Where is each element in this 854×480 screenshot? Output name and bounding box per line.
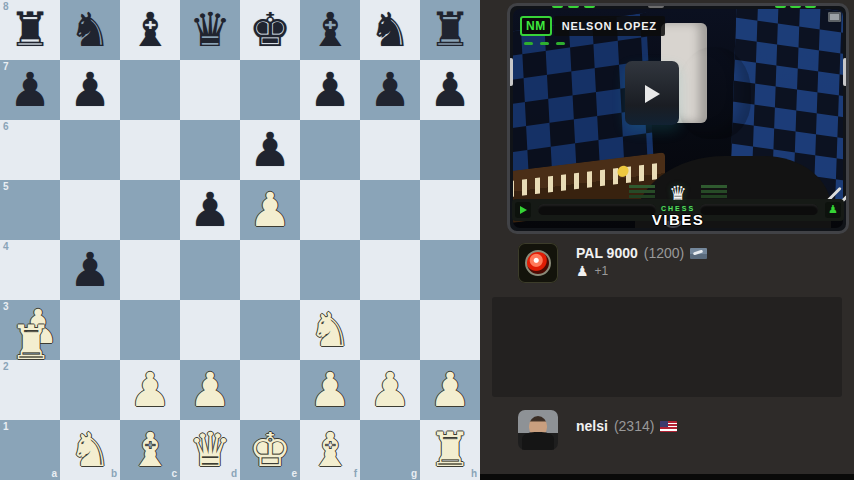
top-player-rating: (1200) xyxy=(644,245,684,261)
white-rook-h1: ♜ xyxy=(420,420,480,480)
play-icon xyxy=(515,202,531,218)
right-panel: NM NELSON LOPEZ ♟ ♛ CHESS VIBES xyxy=(480,0,854,480)
square-g3[interactable] xyxy=(360,300,420,360)
square-h7[interactable]: ♟ xyxy=(420,60,480,120)
square-h3[interactable] xyxy=(420,300,480,360)
green-dash xyxy=(568,4,579,8)
square-d5[interactable]: ♟ xyxy=(180,180,240,240)
black-pawn-b4: ♟ xyxy=(60,240,120,300)
rank-label-2: 2 xyxy=(3,362,9,372)
player-row-bottom: nelsi (2314) xyxy=(518,410,677,450)
streamer-title-row: NM NELSON LOPEZ xyxy=(520,16,665,36)
square-a8[interactable]: 8♜ xyxy=(0,0,60,60)
app-window: 8♜♞♝♛♚♝♞♜7♟♟♟♟♟6♟5♟♟4♟3♟♞2♟♟♟♟♟1ab♞c♝d♛e… xyxy=(0,0,854,480)
black-pawn-f7: ♟ xyxy=(300,60,360,120)
rank-label-6: 6 xyxy=(3,122,9,132)
square-b2[interactable] xyxy=(60,360,120,420)
player-row-top: PAL 9000 (1200) ♟ +1 xyxy=(518,243,707,283)
bottom-black-strip xyxy=(480,474,854,480)
rank-label-1: 1 xyxy=(3,422,9,432)
white-bishop-c1: ♝ xyxy=(120,420,180,480)
black-king-e8: ♚ xyxy=(240,0,300,60)
square-d6[interactable] xyxy=(180,120,240,180)
green-dash xyxy=(790,4,801,8)
winged-piece-icon: ♛ xyxy=(623,181,733,205)
file-label-a: a xyxy=(51,469,57,479)
bottom-player-rating: (2314) xyxy=(614,418,654,434)
square-f5[interactable] xyxy=(300,180,360,240)
square-b5[interactable] xyxy=(60,180,120,240)
square-f7[interactable]: ♟ xyxy=(300,60,360,120)
square-f6[interactable] xyxy=(300,120,360,180)
camera-icon xyxy=(828,12,841,22)
gray-dash xyxy=(648,4,664,8)
material-score: +1 xyxy=(595,264,609,278)
black-pawn-b7: ♟ xyxy=(60,60,120,120)
green-dash xyxy=(775,4,786,8)
square-d2[interactable]: ♟ xyxy=(180,360,240,420)
square-b1[interactable]: b♞ xyxy=(60,420,120,480)
hal-eye-icon xyxy=(525,250,551,276)
square-c2[interactable]: ♟ xyxy=(120,360,180,420)
square-h4[interactable] xyxy=(420,240,480,300)
captured-pawn-icon: ♟ xyxy=(576,264,589,278)
rank-label-4: 4 xyxy=(3,242,9,252)
nm-title-badge: NM xyxy=(520,16,552,36)
white-pawn-a3: ♟ xyxy=(8,297,68,357)
square-d8[interactable]: ♛ xyxy=(180,0,240,60)
white-pawn-f2: ♟ xyxy=(300,360,360,420)
square-c6[interactable] xyxy=(120,120,180,180)
square-d3[interactable] xyxy=(180,300,240,360)
square-f2[interactable]: ♟ xyxy=(300,360,360,420)
streamer-name: NELSON LOPEZ xyxy=(554,16,665,36)
black-pawn-a7: ♟ xyxy=(0,60,60,120)
white-pawn-c2: ♟ xyxy=(120,360,180,420)
square-e7[interactable] xyxy=(240,60,300,120)
edge-mark-right xyxy=(843,58,847,86)
square-b6[interactable] xyxy=(60,120,120,180)
square-e6[interactable]: ♟ xyxy=(240,120,300,180)
white-bishop-f1: ♝ xyxy=(300,420,360,480)
square-g7[interactable]: ♟ xyxy=(360,60,420,120)
square-e2[interactable] xyxy=(240,360,300,420)
square-f3[interactable]: ♞ xyxy=(300,300,360,360)
square-g1[interactable]: g xyxy=(360,420,420,480)
rank-label-5: 5 xyxy=(3,182,9,192)
square-e1[interactable]: e♚ xyxy=(240,420,300,480)
green-dash xyxy=(584,4,595,8)
square-c1[interactable]: c♝ xyxy=(120,420,180,480)
green-dash xyxy=(805,4,816,8)
youtube-play-cube xyxy=(625,61,679,125)
us-flag-icon xyxy=(660,421,677,432)
square-a4[interactable]: 4 xyxy=(0,240,60,300)
square-f1[interactable]: f♝ xyxy=(300,420,360,480)
black-rook-a8: ♜ xyxy=(0,0,60,60)
square-c5[interactable] xyxy=(120,180,180,240)
square-g5[interactable] xyxy=(360,180,420,240)
square-c8[interactable]: ♝ xyxy=(120,0,180,60)
chess-vibes-logo: ♛ CHESS VIBES xyxy=(623,181,733,227)
square-h1[interactable]: h♜ xyxy=(420,420,480,480)
square-c7[interactable] xyxy=(120,60,180,120)
black-queen-d8: ♛ xyxy=(180,0,240,60)
streamer-head xyxy=(677,47,751,139)
white-queen-d1: ♛ xyxy=(180,420,240,480)
white-king-e1: ♚ xyxy=(240,420,300,480)
square-b3[interactable] xyxy=(60,300,120,360)
square-e5[interactable]: ♟ xyxy=(240,180,300,240)
square-c4[interactable] xyxy=(120,240,180,300)
nelsi-avatar[interactable] xyxy=(518,410,558,450)
green-dash xyxy=(552,4,563,8)
white-pawn-g2: ♟ xyxy=(360,360,420,420)
black-pawn-g7: ♟ xyxy=(360,60,420,120)
square-h5[interactable] xyxy=(420,180,480,240)
square-a1[interactable]: 1a xyxy=(0,420,60,480)
black-pawn-e6: ♟ xyxy=(240,120,300,180)
piece-icon: ♟ xyxy=(825,202,841,218)
square-d1[interactable]: d♛ xyxy=(180,420,240,480)
square-g8[interactable]: ♞ xyxy=(360,0,420,60)
edge-mark-left xyxy=(509,58,513,86)
square-a7[interactable]: 7♟ xyxy=(0,60,60,120)
square-d4[interactable] xyxy=(180,240,240,300)
top-player-name[interactable]: PAL 9000 xyxy=(576,245,638,261)
square-f8[interactable]: ♝ xyxy=(300,0,360,60)
square-b7[interactable]: ♟ xyxy=(60,60,120,120)
bottom-player-name[interactable]: nelsi xyxy=(576,418,608,434)
square-c3[interactable] xyxy=(120,300,180,360)
move-list-panel xyxy=(492,297,842,397)
black-bishop-f8: ♝ xyxy=(300,0,360,60)
black-bishop-c8: ♝ xyxy=(120,0,180,60)
square-f4[interactable] xyxy=(300,240,360,300)
square-h2[interactable]: ♟ xyxy=(420,360,480,420)
square-a6[interactable]: 6 xyxy=(0,120,60,180)
black-pawn-d5: ♟ xyxy=(180,180,240,240)
file-label-g: g xyxy=(411,469,417,479)
white-pawn-d2: ♟ xyxy=(180,360,240,420)
white-knight-f3: ♞ xyxy=(300,300,360,360)
square-b4[interactable]: ♟ xyxy=(60,240,120,300)
avatar-shoulders xyxy=(522,432,554,450)
square-e3[interactable] xyxy=(240,300,300,360)
black-knight-b8: ♞ xyxy=(60,0,120,60)
square-g4[interactable] xyxy=(360,240,420,300)
webcam-stream[interactable]: NM NELSON LOPEZ ♟ ♛ CHESS VIBES xyxy=(507,3,849,234)
pal9000-avatar[interactable] xyxy=(518,243,558,283)
white-pawn-h2: ♟ xyxy=(420,360,480,420)
white-pawn-e5: ♟ xyxy=(240,180,300,240)
square-e8[interactable]: ♚ xyxy=(240,0,300,60)
square-e4[interactable] xyxy=(240,240,300,300)
white-knight-b1: ♞ xyxy=(60,420,120,480)
pal-flag-icon xyxy=(690,248,707,259)
square-a2[interactable]: 2 xyxy=(0,360,60,420)
square-g2[interactable]: ♟ xyxy=(360,360,420,420)
black-knight-g8: ♞ xyxy=(360,0,420,60)
square-h6[interactable] xyxy=(420,120,480,180)
black-pawn-h7: ♟ xyxy=(420,60,480,120)
square-h8[interactable]: ♜ xyxy=(420,0,480,60)
square-d7[interactable] xyxy=(180,60,240,120)
square-a3[interactable]: 3♟ xyxy=(0,300,60,360)
square-a5[interactable]: 5 xyxy=(0,180,60,240)
badge-ticks xyxy=(524,42,565,45)
chess-board[interactable]: 8♜♞♝♛♚♝♞♜7♟♟♟♟♟6♟5♟♟4♟3♟♞2♟♟♟♟♟1ab♞c♝d♛e… xyxy=(0,0,480,480)
logo-vibes-text: VIBES xyxy=(623,212,733,227)
square-g6[interactable] xyxy=(360,120,420,180)
black-rook-h8: ♜ xyxy=(420,0,480,60)
square-b8[interactable]: ♞ xyxy=(60,0,120,60)
